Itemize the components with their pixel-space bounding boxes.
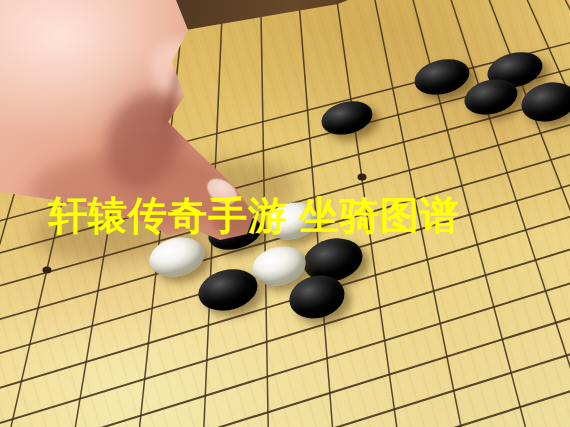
go-photo-scene: 轩辕传奇手游 坐骑图谱 [0, 0, 570, 427]
hoshi-point [43, 267, 52, 274]
overlay-title: 轩辕传奇手游 坐骑图谱 [48, 189, 460, 243]
hoshi-point [358, 174, 367, 181]
